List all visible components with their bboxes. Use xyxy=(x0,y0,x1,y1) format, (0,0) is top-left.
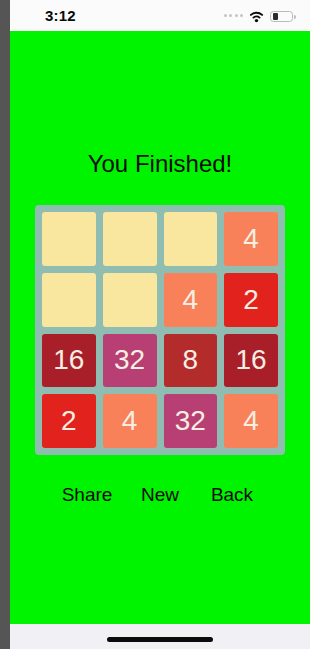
tile-4-r1c4: 4 xyxy=(224,212,278,266)
empty-cell-r1c3 xyxy=(164,212,218,266)
tile-32-r4c3: 32 xyxy=(164,394,218,448)
bottom-bar xyxy=(10,624,310,649)
share-button[interactable]: Share xyxy=(62,484,113,506)
empty-cell-r2c2 xyxy=(103,273,157,327)
empty-cell-r2c1 xyxy=(42,273,96,327)
new-game-button[interactable]: New xyxy=(141,484,179,506)
tile-2-r2c4: 2 xyxy=(224,273,278,327)
empty-cell-r1c2 xyxy=(103,212,157,266)
home-indicator[interactable] xyxy=(107,637,213,642)
tile-2-r4c1: 2 xyxy=(42,394,96,448)
tile-4-r4c4: 4 xyxy=(224,394,278,448)
empty-cell-r1c1 xyxy=(42,212,96,266)
tile-8-r3c3: 8 xyxy=(164,334,218,388)
back-button[interactable]: Back xyxy=(211,484,253,506)
wifi-icon xyxy=(248,10,265,23)
tile-4-r2c3: 4 xyxy=(164,273,218,327)
tile-16-r3c4: 16 xyxy=(224,334,278,388)
tile-16-r3c1: 16 xyxy=(42,334,96,388)
status-bar: 3:12 xyxy=(10,0,310,31)
tile-32-r3c2: 32 xyxy=(103,334,157,388)
battery-icon xyxy=(270,11,293,23)
cellular-dots-icon xyxy=(224,14,244,19)
status-icons xyxy=(224,10,294,23)
board: 442163281624324 xyxy=(35,205,285,455)
page-title: You Finished! xyxy=(10,150,310,178)
clock: 3:12 xyxy=(45,7,76,24)
tile-4-r4c2: 4 xyxy=(103,394,157,448)
app-screen: 3:12 You Finished! 442163281624324 Share… xyxy=(10,0,310,649)
